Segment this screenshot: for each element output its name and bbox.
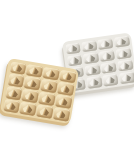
tray-pocket-cell xyxy=(102,74,118,87)
tray-pocket-cell xyxy=(24,76,41,90)
pocket-cone-bump xyxy=(105,76,115,84)
tray-pocket-cell xyxy=(65,42,81,55)
tray-pocket-cell xyxy=(119,71,134,84)
tray-pocket-cell xyxy=(9,61,26,75)
tray-pocket-cell xyxy=(99,50,115,63)
pocket-cone-bump xyxy=(62,71,73,80)
pocket-cone-bump xyxy=(103,64,113,72)
pocket-cone-bump xyxy=(22,104,33,113)
tray-pocket-cell xyxy=(22,89,39,103)
tray-pocket-cell xyxy=(101,62,117,75)
pocket-cone-bump xyxy=(60,84,71,93)
tray-pocket-cell xyxy=(115,47,131,60)
pocket-cone-bump xyxy=(41,94,52,103)
tray-pocket-cell xyxy=(67,54,83,67)
tray-pocket-cell xyxy=(97,37,113,50)
tray-pocket-cell xyxy=(38,92,55,106)
tray-pocket-cell xyxy=(113,35,129,48)
pocket-cone-bump xyxy=(69,56,79,64)
pocket-cone-bump xyxy=(29,66,40,75)
pocket-cone-bump xyxy=(12,63,23,72)
pocket-cone-bump xyxy=(102,52,112,60)
pocket-cone-bump xyxy=(8,88,19,97)
tray-pocket-cell xyxy=(42,66,59,80)
pocket-cone-bump xyxy=(39,107,50,116)
pocket-cone-bump xyxy=(58,97,69,106)
tray-pocket-cell xyxy=(3,99,20,113)
pocket-cone-bump xyxy=(87,66,97,74)
pocket-cone-bump xyxy=(100,40,110,48)
tray-pocket-cell xyxy=(81,40,97,53)
tray-pocket-cell xyxy=(55,95,72,109)
tray-pocket-cell xyxy=(53,107,70,121)
tray-pocket-cell xyxy=(5,86,22,100)
pocket-cone-bump xyxy=(55,110,66,119)
pocket-cone-bump xyxy=(84,42,94,50)
pocket-cone-bump xyxy=(118,49,128,57)
tray-pocket-cell xyxy=(117,59,133,72)
tray-pocket-cell xyxy=(26,64,43,78)
tray-pocket-cell xyxy=(59,69,76,83)
tray-pocket-cell xyxy=(36,105,53,119)
pocket-cone-bump xyxy=(10,76,21,85)
tray-pocket-cell xyxy=(7,74,24,88)
pocket-cone-bump xyxy=(89,78,99,86)
pocket-cone-bump xyxy=(6,101,17,110)
pocket-cone-bump xyxy=(45,69,56,78)
tray-pocket-cell xyxy=(57,82,74,96)
tray-pocket-cell xyxy=(83,52,99,65)
pocket-cone-bump xyxy=(26,79,37,88)
pocket-cone-bump xyxy=(67,44,77,52)
pocket-cone-bump xyxy=(24,91,35,100)
product-photo-canvas xyxy=(0,0,134,148)
tray-pocket-cell xyxy=(19,102,36,116)
pocket-cone-bump xyxy=(119,61,129,69)
tray-pocket-cell xyxy=(84,64,100,77)
tray-pocket-cell xyxy=(86,76,102,89)
pocket-cone-bump xyxy=(85,54,95,62)
pocket-cone-bump xyxy=(43,81,54,90)
pocket-cone-bump xyxy=(116,37,126,45)
pocket-cone-bump xyxy=(121,73,131,81)
pulp-tray-beige xyxy=(0,58,79,124)
tray-pocket-cell xyxy=(40,79,57,93)
